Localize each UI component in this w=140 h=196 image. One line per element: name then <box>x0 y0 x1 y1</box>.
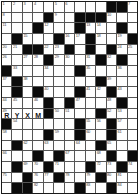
cell-r14-c3[interactable]: 62 <box>23 141 32 151</box>
clue-number: 84 <box>118 183 122 187</box>
clue-number: 24 <box>118 45 122 49</box>
cell-r15-c2[interactable] <box>12 151 21 161</box>
cell-r1-c3[interactable]: 3 <box>23 2 32 12</box>
cell-r2-c7[interactable] <box>65 13 74 23</box>
cell-r15-c8[interactable] <box>75 151 84 161</box>
clue-number: 68 <box>97 151 101 155</box>
cell-r7-c13[interactable] <box>128 66 137 76</box>
cell-r12-c13[interactable] <box>128 119 137 129</box>
cell-r7-c7[interactable] <box>65 66 74 76</box>
clue-number: 73 <box>107 162 111 166</box>
cell-r10-c3[interactable] <box>23 98 32 108</box>
black-cell-r15-c6 <box>54 151 63 161</box>
black-cell-r1-c12 <box>117 2 126 12</box>
cell-r11-c9[interactable] <box>86 109 95 119</box>
cell-r16-c4[interactable]: 70 <box>33 162 42 172</box>
cell-r14-c7[interactable] <box>65 141 74 151</box>
cell-r3-c7[interactable] <box>65 23 74 33</box>
cell-r18-c13[interactable] <box>128 183 137 193</box>
cell-r9-c7[interactable] <box>65 87 74 97</box>
cell-r18-c4[interactable]: 82 <box>33 183 42 193</box>
black-cell-r6-c10 <box>96 55 105 65</box>
cell-r10-c8[interactable]: 47 <box>75 98 84 108</box>
cell-r8-c3[interactable]: 38 <box>23 77 32 87</box>
cell-r7-c9[interactable]: 35 <box>86 66 95 76</box>
clue-number: 53 <box>118 109 122 113</box>
cell-r13-c7[interactable] <box>65 130 74 140</box>
clue-number: 36 <box>118 66 122 70</box>
crossword-puzzle: 1234567891011121314151617181920212223242… <box>0 0 140 196</box>
cell-r4-c3[interactable]: 15 <box>23 34 32 44</box>
cell-r14-c9[interactable] <box>86 141 95 151</box>
cell-r8-c8[interactable] <box>75 77 84 87</box>
clue-number: 58 <box>3 130 7 134</box>
cell-r13-c6[interactable]: 59 <box>54 130 63 140</box>
cell-r13-c3[interactable] <box>23 130 32 140</box>
cell-r11-c7[interactable]: 51 <box>65 109 74 119</box>
cell-r5-c5[interactable]: 22 <box>44 45 53 55</box>
clue-number: 15 <box>23 34 27 38</box>
cell-r15-c5[interactable] <box>44 151 53 161</box>
clue-number: 50 <box>55 109 59 113</box>
black-cell-r14-c2 <box>12 141 21 151</box>
black-cell-r15-c4 <box>33 151 42 161</box>
clue-number: 43 <box>118 87 122 91</box>
cell-r3-c13[interactable] <box>128 23 137 33</box>
clue-number: 7 <box>128 2 130 6</box>
cell-r12-c10[interactable]: 56 <box>96 119 105 129</box>
cell-r3-c6[interactable] <box>54 23 63 33</box>
clue-number: 48 <box>107 98 111 102</box>
cell-r18-c6[interactable] <box>54 183 63 193</box>
clue-number: 31 <box>86 55 90 59</box>
cell-r17-c13[interactable] <box>128 173 137 183</box>
cell-r13-c13[interactable] <box>128 130 137 140</box>
cell-r10-c11[interactable]: 48 <box>107 98 116 108</box>
cell-r3-c11[interactable] <box>107 23 116 33</box>
clue-number: 32 <box>107 55 111 59</box>
cell-r7-c6[interactable] <box>54 66 63 76</box>
cell-r6-c8[interactable] <box>75 55 84 65</box>
black-cell-r9-c11 <box>107 87 116 97</box>
clue-number: 57 <box>118 119 122 123</box>
clue-number: 79 <box>86 173 90 177</box>
black-cell-r9-c4 <box>33 87 42 97</box>
clue-number: 65 <box>107 141 111 145</box>
clue-number: 46 <box>34 98 38 102</box>
black-cell-r12-c1 <box>2 119 11 129</box>
cell-r8-c9[interactable] <box>86 77 95 87</box>
clue-number: 22 <box>44 45 48 49</box>
cell-r12-c6[interactable] <box>54 119 63 129</box>
black-cell-r5-c7 <box>65 45 74 55</box>
cell-r2-c6[interactable]: 9 <box>54 13 63 23</box>
cell-r14-c13[interactable] <box>128 141 137 151</box>
cell-r16-c1[interactable] <box>2 162 11 172</box>
cell-r11-c13[interactable] <box>128 109 137 119</box>
cell-r15-c10[interactable]: 68 <box>96 151 105 161</box>
cell-r1-c8[interactable] <box>75 2 84 12</box>
cell-r7-c5[interactable]: 34 <box>44 66 53 76</box>
cell-r10-c9[interactable] <box>86 98 95 108</box>
cell-r9-c1[interactable] <box>2 87 11 97</box>
clue-number: 78 <box>65 173 69 177</box>
clue-number: 27 <box>23 55 27 59</box>
cell-r2-c11[interactable]: 10 <box>107 13 116 23</box>
cell-r3-c3[interactable] <box>23 23 32 33</box>
cell-r10-c2[interactable]: 45 <box>12 98 21 108</box>
cell-r11-c8[interactable] <box>75 109 84 119</box>
black-cell-r12-c11 <box>107 119 116 129</box>
cell-r13-c9[interactable]: 60 <box>86 130 95 140</box>
cell-r16-c6[interactable]: 71 <box>54 162 63 172</box>
filled-letter: R <box>2 112 11 119</box>
black-cell-r18-c8 <box>75 183 84 193</box>
clue-number: 56 <box>97 119 101 123</box>
black-cell-r2-c5 <box>44 13 53 23</box>
cell-r17-c11[interactable]: 80 <box>107 173 116 183</box>
black-cell-r5-c3 <box>23 45 32 55</box>
clue-number: 83 <box>86 183 90 187</box>
cell-r17-c5[interactable]: 77 <box>44 173 53 183</box>
cell-r1-c6[interactable]: 5 <box>54 2 63 12</box>
cell-r9-c5[interactable]: 40 <box>44 87 53 97</box>
cell-r14-c8[interactable]: 64 <box>75 141 84 151</box>
cell-r11-c4[interactable]: M <box>33 109 42 119</box>
black-cell-r3-c12 <box>117 23 126 33</box>
cell-r1-c1[interactable]: 1 <box>2 2 11 12</box>
cell-r5-c10[interactable] <box>96 45 105 55</box>
cell-r12-c12[interactable]: 57 <box>117 119 126 129</box>
cell-r4-c11[interactable] <box>107 34 116 44</box>
cell-r15-c9[interactable] <box>86 151 95 161</box>
black-cell-r13-c11 <box>107 130 116 140</box>
cell-r10-c10[interactable] <box>96 98 105 108</box>
cell-r11-c12[interactable]: 53 <box>117 109 126 119</box>
cell-r17-c12[interactable]: 81 <box>117 173 126 183</box>
cell-r5-c2[interactable]: 21 <box>12 45 21 55</box>
clue-number: 64 <box>76 141 80 145</box>
cell-r1-c4[interactable]: 4 <box>33 2 42 12</box>
cell-r12-c3[interactable] <box>23 119 32 129</box>
clue-number: 63 <box>44 141 48 145</box>
cell-r2-c2[interactable] <box>12 13 21 23</box>
cell-r4-c7[interactable]: 16 <box>65 34 74 44</box>
cell-r16-c8[interactable] <box>75 162 84 172</box>
black-cell-r4-c2 <box>12 34 21 44</box>
clue-number: 14 <box>97 23 101 27</box>
cell-r8-c1[interactable]: 37 <box>2 77 11 87</box>
clue-number: 25 <box>128 45 132 49</box>
cell-r4-c10[interactable]: 18 <box>96 34 105 44</box>
clue-number: 6 <box>65 2 67 6</box>
cell-r15-c3[interactable] <box>23 151 32 161</box>
clue-number: 75 <box>3 173 7 177</box>
cell-r2-c1[interactable]: 8 <box>2 13 11 23</box>
black-cell-r4-c9 <box>86 34 95 44</box>
clue-number: 76 <box>34 173 38 177</box>
clue-number: 34 <box>44 66 48 70</box>
cell-r16-c3[interactable]: 69 <box>23 162 32 172</box>
clue-number: 2 <box>13 2 15 6</box>
black-cell-r15-c11 <box>107 151 116 161</box>
black-cell-r11-c10 <box>96 109 105 119</box>
black-cell-r3-c4 <box>33 23 42 33</box>
cell-r14-c12[interactable] <box>117 141 126 151</box>
cell-r11-c6[interactable]: 50 <box>54 109 63 119</box>
cell-r6-c4[interactable]: 28 <box>33 55 42 65</box>
cell-r15-c7[interactable]: 67 <box>65 151 74 161</box>
black-cell-r10-c7 <box>65 98 74 108</box>
clue-number: 61 <box>118 130 122 134</box>
clue-number: 42 <box>97 87 101 91</box>
cell-r18-c9[interactable]: 83 <box>86 183 95 193</box>
cell-r2-c4[interactable] <box>33 13 42 23</box>
black-cell-r2-c8 <box>75 13 84 23</box>
black-cell-r17-c10 <box>96 173 105 183</box>
cell-r11-c11[interactable]: 52 <box>107 109 116 119</box>
clue-number: 80 <box>107 173 111 177</box>
cell-r12-c5[interactable] <box>44 119 53 129</box>
cell-r16-c13[interactable]: 74 <box>128 162 137 172</box>
black-cell-r12-c8 <box>75 119 84 129</box>
cell-r16-c7[interactable] <box>65 162 74 172</box>
cell-r9-c10[interactable]: 42 <box>96 87 105 97</box>
cell-r7-c11[interactable] <box>107 66 116 76</box>
cell-r6-c7[interactable]: 30 <box>65 55 74 65</box>
cell-r5-c13[interactable]: 25 <box>128 45 137 55</box>
clue-number: 1 <box>3 2 5 6</box>
cell-r2-c3[interactable] <box>23 13 32 23</box>
clue-number: 20 <box>3 45 7 49</box>
cell-r4-c12[interactable]: 19 <box>117 34 126 44</box>
cell-r11-c3[interactable]: X <box>23 109 32 119</box>
clue-number: 59 <box>55 130 59 134</box>
cell-r12-c9[interactable]: 55 <box>86 119 95 129</box>
clue-number: 77 <box>44 173 48 177</box>
clue-number: 70 <box>34 162 38 166</box>
cell-r7-c4[interactable] <box>33 66 42 76</box>
black-cell-r16-c12 <box>117 162 126 172</box>
cell-r8-c12[interactable] <box>117 77 126 87</box>
cell-r6-c13[interactable] <box>128 55 137 65</box>
clue-number: 3 <box>23 2 25 6</box>
cell-r3-c2[interactable] <box>12 23 21 33</box>
black-cell-r9-c8 <box>75 87 84 97</box>
clue-number: 71 <box>55 162 59 166</box>
black-cell-r13-c8 <box>75 130 84 140</box>
cell-r6-c11[interactable]: 32 <box>107 55 116 65</box>
black-cell-r5-c4 <box>33 45 42 55</box>
black-cell-r2-c9 <box>86 13 95 23</box>
cell-r4-c1[interactable] <box>2 34 11 44</box>
cell-r17-c7[interactable]: 78 <box>65 173 74 183</box>
clue-number: 11 <box>3 23 7 27</box>
black-cell-r17-c3 <box>23 173 32 183</box>
black-cell-r16-c2 <box>12 162 21 172</box>
clue-number: 9 <box>55 13 57 17</box>
cell-r5-c6[interactable]: 23 <box>54 45 63 55</box>
cell-r2-c13[interactable] <box>128 13 137 23</box>
black-cell-r17-c6 <box>54 173 63 183</box>
black-cell-r16-c9 <box>86 162 95 172</box>
black-cell-r10-c12 <box>117 98 126 108</box>
cell-r1-c9[interactable] <box>86 2 95 12</box>
black-cell-r6-c5 <box>44 55 53 65</box>
cell-r9-c3[interactable] <box>23 87 32 97</box>
black-cell-r3-c8 <box>75 23 84 33</box>
cell-r8-c6[interactable] <box>54 77 63 87</box>
cell-r15-c1[interactable]: 66 <box>2 151 11 161</box>
cell-r13-c4[interactable] <box>33 130 42 140</box>
cell-r9-c13[interactable] <box>128 87 137 97</box>
cell-r8-c13[interactable] <box>128 77 137 87</box>
black-cell-r4-c13 <box>128 34 137 44</box>
cell-r14-c1[interactable] <box>2 141 11 151</box>
cell-r6-c2[interactable] <box>12 55 21 65</box>
cell-r12-c2[interactable]: 54 <box>12 119 21 129</box>
black-cell-r2-c10 <box>96 13 105 23</box>
cell-r3-c1[interactable]: 11 <box>2 23 11 33</box>
clue-number: 81 <box>118 173 122 177</box>
clue-number: 52 <box>107 109 111 113</box>
cell-r5-c1[interactable]: 20 <box>2 45 11 55</box>
cell-r13-c2[interactable] <box>12 130 21 140</box>
cell-r18-c1[interactable] <box>2 183 11 193</box>
black-cell-r10-c5 <box>44 98 53 108</box>
cell-r10-c6[interactable] <box>54 98 63 108</box>
cell-r18-c10[interactable] <box>96 183 105 193</box>
cell-r7-c12[interactable]: 36 <box>117 66 126 76</box>
cell-r10-c13[interactable] <box>128 98 137 108</box>
filled-letter: X <box>23 112 32 119</box>
cell-r7-c10[interactable] <box>96 66 105 76</box>
filled-letter: Y <box>12 112 21 119</box>
cell-r4-c4[interactable] <box>33 34 42 44</box>
cell-r8-c11[interactable]: 39 <box>107 77 116 87</box>
clue-number: 30 <box>65 55 69 59</box>
cell-r13-c12[interactable]: 61 <box>117 130 126 140</box>
clue-number: 33 <box>13 66 17 70</box>
black-cell-r7-c8 <box>75 66 84 76</box>
cell-r8-c4[interactable] <box>33 77 42 87</box>
black-cell-r5-c11 <box>107 45 116 55</box>
clue-number: 13 <box>86 23 90 27</box>
cell-r4-c5[interactable] <box>44 34 53 44</box>
cell-r12-c4[interactable] <box>33 119 42 129</box>
cell-r15-c12[interactable] <box>117 151 126 161</box>
cell-r6-c3[interactable]: 27 <box>23 55 32 65</box>
clue-number: 41 <box>86 87 90 91</box>
black-cell-r6-c12 <box>117 55 126 65</box>
clue-number: 39 <box>107 77 111 81</box>
cell-r13-c10[interactable] <box>96 130 105 140</box>
cell-r13-c1[interactable]: 58 <box>2 130 11 140</box>
cell-r3-c9[interactable]: 13 <box>86 23 95 33</box>
black-cell-r8-c2 <box>12 77 21 87</box>
cell-r1-c10[interactable] <box>96 2 105 12</box>
cell-r9-c12[interactable]: 43 <box>117 87 126 97</box>
clue-number: 38 <box>23 77 27 81</box>
cell-r4-c8[interactable]: 17 <box>75 34 84 44</box>
cell-r16-c11[interactable]: 73 <box>107 162 116 172</box>
clue-number: 44 <box>3 98 7 102</box>
cell-r8-c5[interactable] <box>44 77 53 87</box>
clue-number: 66 <box>3 151 7 155</box>
cell-r14-c4[interactable] <box>33 141 42 151</box>
clue-number: 19 <box>118 34 122 38</box>
cell-r17-c8[interactable] <box>75 173 84 183</box>
cell-r5-c12[interactable]: 24 <box>117 45 126 55</box>
clue-number: 35 <box>86 66 90 70</box>
cell-r18-c5[interactable] <box>44 183 53 193</box>
cell-r6-c9[interactable]: 31 <box>86 55 95 65</box>
cell-r17-c2[interactable] <box>12 173 21 183</box>
cell-r7-c3[interactable] <box>23 66 32 76</box>
clue-number: 74 <box>128 162 132 166</box>
black-cell-r13-c5 <box>44 130 53 140</box>
cell-r14-c11[interactable]: 65 <box>107 141 116 151</box>
cell-r11-c2[interactable]: Y <box>12 109 21 119</box>
clue-number: 69 <box>23 162 27 166</box>
cell-r9-c9[interactable]: 41 <box>86 87 95 97</box>
cell-r8-c7[interactable] <box>65 77 74 87</box>
clue-number: 55 <box>86 119 90 123</box>
black-cell-r4-c6 <box>54 34 63 44</box>
cell-r11-c1[interactable]: 49R <box>2 109 11 119</box>
clue-number: 62 <box>23 141 27 145</box>
clue-number: 40 <box>44 87 48 91</box>
clue-number: 4 <box>34 2 36 6</box>
cell-r18-c7[interactable] <box>65 183 74 193</box>
clue-number: 28 <box>34 55 38 59</box>
black-cell-r18-c11 <box>107 183 116 193</box>
cell-r17-c4[interactable]: 76 <box>33 173 42 183</box>
cell-r17-c9[interactable]: 79 <box>86 173 95 183</box>
cell-r1-c2[interactable]: 2 <box>12 2 21 12</box>
cell-r16-c10[interactable]: 72 <box>96 162 105 172</box>
cell-r14-c5[interactable]: 63 <box>44 141 53 151</box>
black-cell-r18-c2 <box>12 183 21 193</box>
cell-r5-c8[interactable] <box>75 45 84 55</box>
cell-r10-c4[interactable]: 46 <box>33 98 42 108</box>
cell-r1-c7[interactable]: 6 <box>65 2 74 12</box>
cell-r14-c6[interactable] <box>54 141 63 151</box>
cell-r7-c2[interactable]: 33 <box>12 66 21 76</box>
cell-r6-c6[interactable]: 29 <box>54 55 63 65</box>
clue-number: 10 <box>107 13 111 17</box>
cell-r6-c1[interactable]: 26 <box>2 55 11 65</box>
clue-number: 17 <box>76 34 80 38</box>
clue-number: 18 <box>97 34 101 38</box>
cell-r9-c6[interactable] <box>54 87 63 97</box>
clue-number: 12 <box>44 23 48 27</box>
cell-r3-c5[interactable]: 12 <box>44 23 53 33</box>
cell-r12-c7[interactable] <box>65 119 74 129</box>
cell-r1-c5[interactable] <box>44 2 53 12</box>
cell-r18-c12[interactable]: 84 <box>117 183 126 193</box>
cell-r10-c1[interactable]: 44 <box>2 98 11 108</box>
cell-r1-c13[interactable]: 7 <box>128 2 137 12</box>
cell-r2-c12[interactable] <box>117 13 126 23</box>
clue-number: 8 <box>3 13 5 17</box>
clue-number: 60 <box>86 130 90 134</box>
black-cell-r8-c10 <box>96 77 105 87</box>
clue-number: 5 <box>55 2 57 6</box>
clue-number: 29 <box>55 55 59 59</box>
cell-r3-c10[interactable]: 14 <box>96 23 105 33</box>
cell-r17-c1[interactable]: 75 <box>2 173 11 183</box>
